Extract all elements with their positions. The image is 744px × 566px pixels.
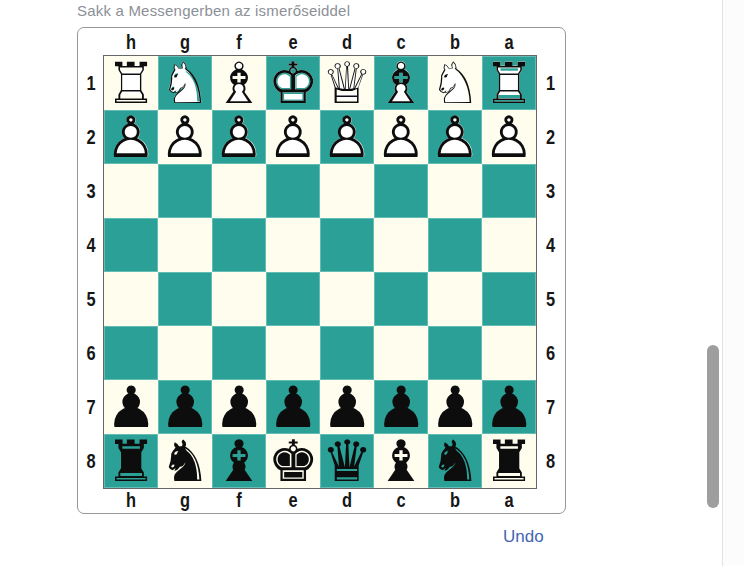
square-b1[interactable]: ♘♞	[428, 56, 482, 110]
rank-label-left-3: 3	[80, 164, 101, 218]
piece-black-N-g8[interactable]: ♞	[159, 434, 210, 488]
piece-black-P-h7[interactable]: ♟	[105, 380, 156, 434]
square-c2[interactable]: ♙♟	[374, 110, 428, 164]
rank-label-left-6: 6	[80, 326, 101, 380]
rank-label-right-2: 2	[539, 110, 563, 164]
piece-white-N-g1[interactable]: ♘♞	[159, 56, 210, 110]
rank-label-left-4: 4	[80, 218, 101, 272]
rank-label-right-6: 6	[539, 326, 563, 380]
square-f3[interactable]	[212, 164, 266, 218]
board-grid: ♖♜♘♞♗♝♔♚♕♛♗♝♘♞♖♜♙♟♙♟♙♟♙♟♙♟♙♟♙♟♙♟♟♟♟♟♟♟♟♟…	[103, 55, 537, 489]
square-c6[interactable]	[374, 326, 428, 380]
square-g4[interactable]	[158, 218, 212, 272]
file-label-bottom-g: g	[163, 488, 207, 513]
piece-black-P-b7[interactable]: ♟	[429, 380, 480, 434]
piece-white-fill: ♝	[375, 56, 426, 110]
square-h8[interactable]: ♜	[104, 434, 158, 488]
rank-label-right-7: 7	[539, 380, 563, 434]
square-e8[interactable]: ♚	[266, 434, 320, 488]
piece-white-fill: ♟	[321, 110, 372, 164]
piece-white-P-d2[interactable]: ♙♟	[321, 110, 372, 164]
rank-label-right-1: 1	[539, 56, 563, 110]
file-label-top-f: f	[217, 28, 261, 56]
file-label-bottom-d: d	[325, 488, 369, 513]
rank-label-left-5: 5	[80, 272, 101, 326]
square-a7[interactable]: ♟	[482, 380, 536, 434]
piece-black-R-a8[interactable]: ♜	[483, 434, 534, 488]
piece-white-fill: ♛	[321, 56, 372, 110]
square-f1[interactable]: ♗♝	[212, 56, 266, 110]
file-label-top-h: h	[109, 28, 153, 56]
file-label-top-d: d	[325, 28, 369, 56]
square-g2[interactable]: ♙♟	[158, 110, 212, 164]
square-g3[interactable]	[158, 164, 212, 218]
square-d3[interactable]	[320, 164, 374, 218]
piece-white-fill: ♟	[267, 110, 318, 164]
piece-black-P-a7[interactable]: ♟	[483, 380, 534, 434]
piece-black-K-e8[interactable]: ♚	[267, 434, 318, 488]
piece-white-fill: ♞	[159, 56, 210, 110]
square-e6[interactable]	[266, 326, 320, 380]
piece-white-B-c1[interactable]: ♗♝	[375, 56, 426, 110]
square-a8[interactable]: ♜	[482, 434, 536, 488]
square-e4[interactable]	[266, 218, 320, 272]
piece-white-Q-d1[interactable]: ♕♛	[321, 56, 372, 110]
rank-label-left-7: 7	[80, 380, 101, 434]
square-b2[interactable]: ♙♟	[428, 110, 482, 164]
scrollbar-thumb[interactable]	[707, 345, 719, 508]
square-g1[interactable]: ♘♞	[158, 56, 212, 110]
square-e1[interactable]: ♔♚	[266, 56, 320, 110]
square-e2[interactable]: ♙♟	[266, 110, 320, 164]
piece-black-Q-d8[interactable]: ♛	[321, 434, 372, 488]
file-label-top-g: g	[163, 28, 207, 56]
file-label-bottom-b: b	[433, 488, 477, 513]
square-e3[interactable]	[266, 164, 320, 218]
piece-white-P-e2[interactable]: ♙♟	[267, 110, 318, 164]
piece-white-P-g2[interactable]: ♙♟	[159, 110, 210, 164]
square-h1[interactable]: ♖♜	[104, 56, 158, 110]
piece-white-fill: ♟	[213, 110, 264, 164]
square-f2[interactable]: ♙♟	[212, 110, 266, 164]
square-d4[interactable]	[320, 218, 374, 272]
square-h3[interactable]	[104, 164, 158, 218]
square-d5[interactable]	[320, 272, 374, 326]
file-label-bottom-a: a	[487, 488, 531, 513]
square-c8[interactable]: ♝	[374, 434, 428, 488]
square-c4[interactable]	[374, 218, 428, 272]
square-f7[interactable]: ♟	[212, 380, 266, 434]
piece-black-R-h8[interactable]: ♜	[105, 434, 156, 488]
square-c1[interactable]: ♗♝	[374, 56, 428, 110]
piece-black-P-d7[interactable]: ♟	[321, 380, 372, 434]
rank-label-left-8: 8	[80, 434, 101, 488]
file-label-bottom-h: h	[109, 488, 153, 513]
square-b7[interactable]: ♟	[428, 380, 482, 434]
square-h6[interactable]	[104, 326, 158, 380]
piece-white-K-e1[interactable]: ♔♚	[267, 56, 318, 110]
file-label-bottom-e: e	[271, 488, 315, 513]
file-label-top-e: e	[271, 28, 315, 56]
piece-white-R-h1[interactable]: ♖♜	[105, 56, 156, 110]
piece-black-B-f8[interactable]: ♝	[213, 434, 264, 488]
rank-label-right-4: 4	[539, 218, 563, 272]
piece-white-P-c2[interactable]: ♙♟	[375, 110, 426, 164]
undo-link[interactable]: Undo	[503, 527, 544, 547]
square-f8[interactable]: ♝	[212, 434, 266, 488]
piece-white-fill: ♟	[375, 110, 426, 164]
piece-white-B-f1[interactable]: ♗♝	[213, 56, 264, 110]
piece-black-P-g7[interactable]: ♟	[159, 380, 210, 434]
square-b6[interactable]	[428, 326, 482, 380]
file-label-bottom-f: f	[217, 488, 261, 513]
piece-white-R-a1[interactable]: ♖♜	[483, 56, 534, 110]
square-c5[interactable]	[374, 272, 428, 326]
rank-label-left-2: 2	[80, 110, 101, 164]
piece-white-fill: ♟	[429, 110, 480, 164]
square-b3[interactable]	[428, 164, 482, 218]
square-d1[interactable]: ♕♛	[320, 56, 374, 110]
rank-label-right-5: 5	[539, 272, 563, 326]
piece-white-fill: ♞	[429, 56, 480, 110]
square-b5[interactable]	[428, 272, 482, 326]
square-f4[interactable]	[212, 218, 266, 272]
scrollbar-track[interactable]	[722, 0, 744, 566]
piece-white-N-b1[interactable]: ♘♞	[429, 56, 480, 110]
square-a1[interactable]: ♖♜	[482, 56, 536, 110]
rank-label-right-3: 3	[539, 164, 563, 218]
board-frame: ♖♜♘♞♗♝♔♚♕♛♗♝♘♞♖♜♙♟♙♟♙♟♙♟♙♟♙♟♙♟♙♟♟♟♟♟♟♟♟♟…	[77, 27, 566, 514]
square-a2[interactable]: ♙♟	[482, 110, 536, 164]
piece-white-fill: ♜	[105, 56, 156, 110]
square-e5[interactable]	[266, 272, 320, 326]
square-b8[interactable]: ♞	[428, 434, 482, 488]
square-g6[interactable]	[158, 326, 212, 380]
piece-black-B-c8[interactable]: ♝	[375, 434, 426, 488]
square-d7[interactable]: ♟	[320, 380, 374, 434]
square-d8[interactable]: ♛	[320, 434, 374, 488]
square-e7[interactable]: ♟	[266, 380, 320, 434]
square-g7[interactable]: ♟	[158, 380, 212, 434]
piece-black-P-f7[interactable]: ♟	[213, 380, 264, 434]
square-d2[interactable]: ♙♟	[320, 110, 374, 164]
piece-white-fill: ♜	[483, 56, 534, 110]
square-c3[interactable]	[374, 164, 428, 218]
square-b4[interactable]	[428, 218, 482, 272]
square-h2[interactable]: ♙♟	[104, 110, 158, 164]
square-g8[interactable]: ♞	[158, 434, 212, 488]
piece-black-N-b8[interactable]: ♞	[429, 434, 480, 488]
square-f5[interactable]	[212, 272, 266, 326]
square-h4[interactable]	[104, 218, 158, 272]
square-f6[interactable]	[212, 326, 266, 380]
square-d6[interactable]	[320, 326, 374, 380]
square-a5[interactable]	[482, 272, 536, 326]
square-a4[interactable]	[482, 218, 536, 272]
square-c7[interactable]: ♟	[374, 380, 428, 434]
piece-black-P-c7[interactable]: ♟	[375, 380, 426, 434]
file-label-top-c: c	[379, 28, 423, 56]
piece-white-P-a2[interactable]: ♙♟	[483, 110, 534, 164]
piece-white-P-b2[interactable]: ♙♟	[429, 110, 480, 164]
square-h5[interactable]	[104, 272, 158, 326]
piece-white-fill: ♝	[213, 56, 264, 110]
square-g5[interactable]	[158, 272, 212, 326]
square-a6[interactable]	[482, 326, 536, 380]
file-label-top-a: a	[487, 28, 531, 56]
piece-white-fill: ♟	[159, 110, 210, 164]
square-h7[interactable]: ♟	[104, 380, 158, 434]
piece-black-P-e7[interactable]: ♟	[267, 380, 318, 434]
piece-white-P-f2[interactable]: ♙♟	[213, 110, 264, 164]
page-title: Sakk a Messengerben az ismerőseiddel	[77, 2, 350, 19]
piece-white-fill: ♟	[483, 110, 534, 164]
piece-white-P-h2[interactable]: ♙♟	[105, 110, 156, 164]
file-label-top-b: b	[433, 28, 477, 56]
piece-white-fill: ♟	[105, 110, 156, 164]
rank-label-right-8: 8	[539, 434, 563, 488]
file-label-bottom-c: c	[379, 488, 423, 513]
piece-white-fill: ♚	[267, 56, 318, 110]
square-a3[interactable]	[482, 164, 536, 218]
rank-label-left-1: 1	[80, 56, 101, 110]
